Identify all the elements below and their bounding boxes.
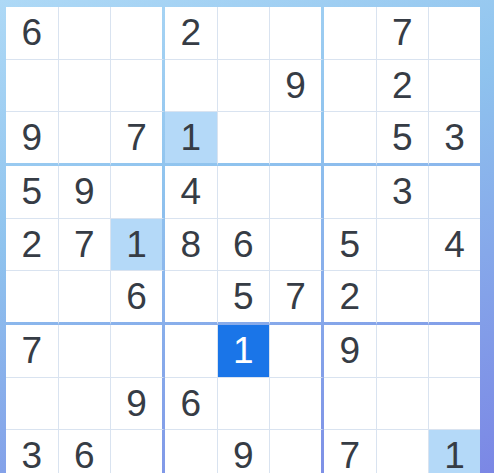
cell-r3c3[interactable]: 7 — [111, 112, 165, 166]
cell-r2c1[interactable] — [6, 60, 59, 113]
cell-r2c6[interactable]: 9 — [270, 60, 324, 113]
cell-r7c9[interactable] — [429, 325, 480, 378]
cell-r4c3[interactable] — [111, 166, 165, 219]
cell-r2c4[interactable] — [165, 60, 218, 113]
cell-r7c7[interactable]: 9 — [324, 325, 377, 378]
cell-r4c6[interactable] — [270, 166, 324, 219]
cell-r1c9[interactable] — [429, 7, 480, 60]
cell-r1c8[interactable]: 7 — [377, 7, 430, 60]
sudoku-board: 62792971535943271865465727199636971 — [6, 7, 480, 473]
cell-r9c3[interactable] — [111, 430, 165, 473]
cell-r8c4[interactable]: 6 — [165, 378, 218, 431]
cell-r3c4[interactable]: 1 — [165, 112, 218, 166]
cell-r5c7[interactable]: 5 — [324, 219, 377, 272]
cell-r7c3[interactable] — [111, 325, 165, 378]
cell-r8c1[interactable] — [6, 378, 59, 431]
cell-r9c7[interactable]: 7 — [324, 430, 377, 473]
sudoku-app-background: 62792971535943271865465727199636971 — [0, 0, 494, 473]
cell-r4c8[interactable]: 3 — [377, 166, 430, 219]
cell-r2c8[interactable]: 2 — [377, 60, 430, 113]
cell-r6c6[interactable]: 7 — [270, 271, 324, 325]
cell-r2c5[interactable] — [218, 60, 271, 113]
cell-r8c5[interactable] — [218, 378, 271, 431]
cell-r6c8[interactable] — [377, 271, 430, 325]
cell-r8c3[interactable]: 9 — [111, 378, 165, 431]
cell-r6c4[interactable] — [165, 271, 218, 325]
cell-r3c7[interactable] — [324, 112, 377, 166]
cell-r4c4[interactable]: 4 — [165, 166, 218, 219]
cell-r8c9[interactable] — [429, 378, 480, 431]
cell-r3c8[interactable]: 5 — [377, 112, 430, 166]
cell-r8c2[interactable] — [59, 378, 112, 431]
cell-r9c8[interactable] — [377, 430, 430, 473]
cell-r7c8[interactable] — [377, 325, 430, 378]
cell-r1c3[interactable] — [111, 7, 165, 60]
cell-r6c3[interactable]: 6 — [111, 271, 165, 325]
cell-r4c2[interactable]: 9 — [59, 166, 112, 219]
cell-r1c5[interactable] — [218, 7, 271, 60]
cell-r4c1[interactable]: 5 — [6, 166, 59, 219]
cell-r6c1[interactable] — [6, 271, 59, 325]
cell-r3c5[interactable] — [218, 112, 271, 166]
cell-r2c2[interactable] — [59, 60, 112, 113]
cell-r5c3[interactable]: 1 — [111, 219, 165, 272]
cell-r4c9[interactable] — [429, 166, 480, 219]
cell-r7c2[interactable] — [59, 325, 112, 378]
cell-r2c9[interactable] — [429, 60, 480, 113]
cell-r9c1[interactable]: 3 — [6, 430, 59, 473]
cell-r1c2[interactable] — [59, 7, 112, 60]
cell-r5c2[interactable]: 7 — [59, 219, 112, 272]
cell-r6c9[interactable] — [429, 271, 480, 325]
cell-r7c6[interactable] — [270, 325, 324, 378]
cell-r3c9[interactable]: 3 — [429, 112, 480, 166]
cell-r5c1[interactable]: 2 — [6, 219, 59, 272]
cell-r6c7[interactable]: 2 — [324, 271, 377, 325]
cell-r9c5[interactable]: 9 — [218, 430, 271, 473]
cell-r4c7[interactable] — [324, 166, 377, 219]
cell-r8c7[interactable] — [324, 378, 377, 431]
cell-r9c2[interactable]: 6 — [59, 430, 112, 473]
cell-r6c2[interactable] — [59, 271, 112, 325]
cell-r5c5[interactable]: 6 — [218, 219, 271, 272]
cell-r1c6[interactable] — [270, 7, 324, 60]
cell-r8c6[interactable] — [270, 378, 324, 431]
cell-r1c4[interactable]: 2 — [165, 7, 218, 60]
cell-r9c9[interactable]: 1 — [429, 430, 480, 473]
cell-r4c5[interactable] — [218, 166, 271, 219]
cell-r3c1[interactable]: 9 — [6, 112, 59, 166]
cell-r5c6[interactable] — [270, 219, 324, 272]
cell-r3c6[interactable] — [270, 112, 324, 166]
cell-r2c7[interactable] — [324, 60, 377, 113]
cell-r1c7[interactable] — [324, 7, 377, 60]
cell-r1c1[interactable]: 6 — [6, 7, 59, 60]
cell-r9c4[interactable] — [165, 430, 218, 473]
cell-r8c8[interactable] — [377, 378, 430, 431]
cell-r7c4[interactable] — [165, 325, 218, 378]
cell-r5c4[interactable]: 8 — [165, 219, 218, 272]
cell-r2c3[interactable] — [111, 60, 165, 113]
cell-r7c5[interactable]: 1 — [218, 325, 271, 378]
cell-r3c2[interactable] — [59, 112, 112, 166]
cell-r5c9[interactable]: 4 — [429, 219, 480, 272]
cell-r9c6[interactable] — [270, 430, 324, 473]
cell-r7c1[interactable]: 7 — [6, 325, 59, 378]
cell-r6c5[interactable]: 5 — [218, 271, 271, 325]
cell-r5c8[interactable] — [377, 219, 430, 272]
